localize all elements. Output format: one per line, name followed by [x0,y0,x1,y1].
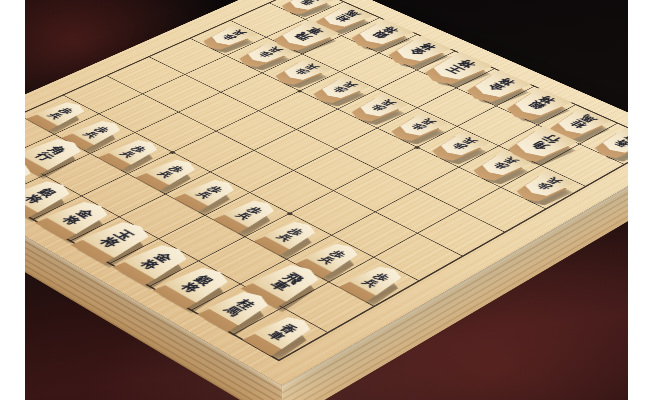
piece-kanji: 兵 [195,190,214,200]
piece-side-face [173,182,232,212]
square-3f[interactable] [290,191,375,235]
piece-top-face: 歩兵 [145,156,203,185]
piece-sente-silver[interactable]: 銀将 [158,265,232,305]
hoshi-dot [169,151,176,155]
piece-kanji: 銀 [35,187,58,199]
piece-top-face: 歩兵 [348,262,409,295]
piece-side-face [152,269,226,310]
piece-kanji: 将 [25,193,46,205]
piece-sente-pawn[interactable]: 歩兵 [178,178,236,208]
square-4e[interactable] [293,149,376,191]
square-5h[interactable] [119,194,204,239]
piece-side-face [510,175,568,205]
piece-sente-silver[interactable]: 銀将 [25,179,74,215]
square-2g[interactable]: 歩兵 [287,236,375,283]
piece-top-face: 歩兵 [476,150,533,179]
piece-side-face [295,246,356,279]
square-5g[interactable]: 歩兵 [166,172,250,215]
piece-side-face [467,155,524,184]
piece-sente-gold[interactable]: 金将 [41,200,112,237]
square-1d[interactable] [460,188,545,232]
piece-gote-pawn[interactable]: 歩兵 [471,152,528,181]
piece-side-face [35,203,106,240]
piece-kanji: 金 [151,251,175,264]
piece-kanji: 兵 [501,156,520,166]
square-6i[interactable]: 金将 [34,196,120,241]
photo-right-margin [628,0,650,400]
square-2f[interactable] [332,212,418,258]
piece-kanji: 車 [266,329,288,341]
piece-sente-rook[interactable]: 飛車 [246,262,324,304]
piece-side-face [70,223,148,264]
piece-side-face [197,294,267,333]
piece-side-face [213,203,272,234]
square-3e[interactable] [334,169,418,212]
square-3d[interactable] [376,148,459,190]
square-1f[interactable] [374,234,461,281]
square-3i[interactable]: 銀将 [151,261,240,310]
square-1i[interactable]: 香車 [235,308,327,359]
square-4h[interactable] [158,216,245,262]
piece-kanji: 将 [138,258,162,271]
piece-cast-shadow [179,185,238,215]
piece-kanji: 歩 [285,227,305,237]
piece-kanji: 馬 [222,305,245,318]
piece-top-face: 銀将 [163,263,237,303]
piece-kanji: 歩 [327,249,347,260]
piece-top-face: 歩兵 [183,176,241,206]
piece-kanji: 金 [73,208,96,220]
piece-top-face: 飛車 [251,260,329,302]
piece-cast-shadow [203,298,273,337]
piece-kanji: 兵 [234,211,254,221]
square-7h[interactable] [44,154,127,196]
piece-kanji: 香 [278,323,300,335]
piece-cast-shadow [248,323,314,360]
piece-kanji: 歩 [205,185,224,195]
piece-sente-pawn[interactable]: 歩兵 [140,158,198,187]
piece-cast-shadow [118,250,192,290]
piece-kanji: 兵 [361,278,381,289]
piece-kanji: 玉 [111,228,137,242]
piece-kanji: 歩 [166,165,185,175]
square-5i[interactable]: 玉将 [72,217,159,263]
square-6g[interactable]: 歩兵 [127,152,210,194]
piece-sente-pawn[interactable]: 歩兵 [300,242,361,275]
square-8i[interactable]: 桂馬 [25,156,44,198]
square-7i[interactable]: 銀将 [25,176,81,219]
piece-kanji: 兵 [317,255,337,266]
piece-cast-shadow [516,179,574,209]
piece-top-face: 金将 [123,240,196,279]
piece-kanji: 飛 [280,271,306,285]
piece-kanji: 兵 [119,150,138,159]
square-2e[interactable] [375,190,460,234]
piece-top-face: 香車 [253,312,319,349]
piece-top-face: 銀将 [25,177,78,213]
square-1b[interactable] [541,145,623,187]
piece-sente-lance[interactable]: 香車 [248,315,314,352]
shogi-board: 香車桂馬銀将金将王将金将銀将桂馬香車飛車角行歩兵歩兵歩兵歩兵歩兵歩兵歩兵歩兵歩兵… [25,0,628,386]
piece-kanji: 車 [267,279,293,293]
piece-sente-knight[interactable]: 桂馬 [25,160,34,193]
piece-sente-pawn[interactable]: 歩兵 [218,199,277,230]
piece-top-face: 歩兵 [222,197,281,228]
piece-top-face: 歩兵 [263,218,323,250]
square-5f[interactable] [210,151,293,193]
screenshot-canvas: { "game": "shogi", "board": { "files": 9… [0,0,650,400]
piece-kanji: 歩 [536,181,555,191]
piece-sente-knight[interactable]: 桂馬 [202,290,272,328]
piece-kanji: 銀 [191,274,215,287]
photo-left-margin [0,0,25,400]
square-4i[interactable]: 金将 [111,239,199,286]
piece-side-face [135,162,193,191]
piece-top-face: 歩兵 [305,240,365,272]
piece-gote-lance[interactable]: 香車 [592,129,628,158]
piece-top-face: 桂馬 [25,158,39,190]
piece-cast-shadow [259,228,319,260]
piece-cast-shadow [218,206,277,237]
piece-kanji: 桂 [234,298,257,311]
square-2h[interactable]: 飛車 [240,260,329,308]
piece-cast-shadow [76,227,154,268]
square-4f[interactable] [250,171,334,214]
piece-cast-shadow [246,270,324,313]
piece-side-face [112,246,185,285]
board-surface: 香車桂馬銀将金将王将金将銀将桂馬香車飛車角行歩兵歩兵歩兵歩兵歩兵歩兵歩兵歩兵歩兵… [25,0,628,386]
piece-side-face [25,182,68,218]
square-1h[interactable] [283,283,373,333]
hoshi-dot [286,212,293,216]
piece-kanji: 歩 [129,145,148,154]
piece-kanji: 歩 [492,161,511,171]
piece-kanji: 兵 [544,176,563,186]
piece-gote-pawn[interactable]: 歩兵 [515,172,572,202]
piece-side-face [25,163,29,196]
square-6h[interactable] [81,174,165,217]
piece-side-face [338,269,400,303]
square-4g[interactable]: 歩兵 [205,193,290,237]
square-1c[interactable]: 歩兵 [501,166,584,209]
piece-kanji: 歩 [371,272,391,283]
piece-kanji: 将 [179,281,203,294]
piece-kanji: 兵 [156,169,175,179]
photo-scene: 香車桂馬銀将金将王将金将銀将桂馬香車飛車角行歩兵歩兵歩兵歩兵歩兵歩兵歩兵歩兵歩兵… [25,0,628,400]
piece-cast-shadow [40,207,112,244]
square-3g[interactable]: 歩兵 [245,214,331,260]
piece-side-face [242,319,308,356]
piece-top-face: 玉将 [81,217,158,258]
square-2i[interactable]: 桂馬 [192,284,282,334]
piece-sente-king[interactable]: 玉将 [76,220,154,261]
square-3h[interactable] [199,237,287,284]
piece-top-face: 桂馬 [207,287,277,325]
piece-sente-pawn[interactable]: 歩兵 [343,265,404,298]
piece-cast-shadow [25,186,73,222]
piece-cast-shadow [140,165,198,194]
piece-sente-pawn[interactable]: 歩兵 [103,139,160,167]
piece-cast-shadow [158,273,233,314]
piece-top-face: 金将 [45,197,116,234]
piece-cast-shadow [301,250,362,283]
piece-kanji: 行 [33,151,57,163]
piece-side-face [240,266,318,309]
piece-top-face: 歩兵 [519,170,576,200]
piece-cast-shadow [473,159,530,188]
piece-cast-shadow [344,273,406,307]
piece-side-face [253,224,313,256]
piece-kanji: 将 [60,214,83,226]
piece-kanji: 歩 [245,206,265,216]
piece-kanji: 将 [97,235,123,249]
square-2d[interactable] [418,167,502,210]
piece-kanji: 兵 [275,232,295,243]
square-1g[interactable]: 歩兵 [329,258,418,306]
piece-cast-shadow [25,167,34,200]
square-2c[interactable]: 歩兵 [459,146,541,188]
piece-sente-gold[interactable]: 金将 [118,243,191,282]
piece-gote-pawn[interactable]: 歩兵 [430,133,486,161]
piece-sente-pawn[interactable]: 歩兵 [258,220,318,252]
square-1e[interactable] [418,210,504,256]
piece-kanji: 角 [46,145,70,157]
